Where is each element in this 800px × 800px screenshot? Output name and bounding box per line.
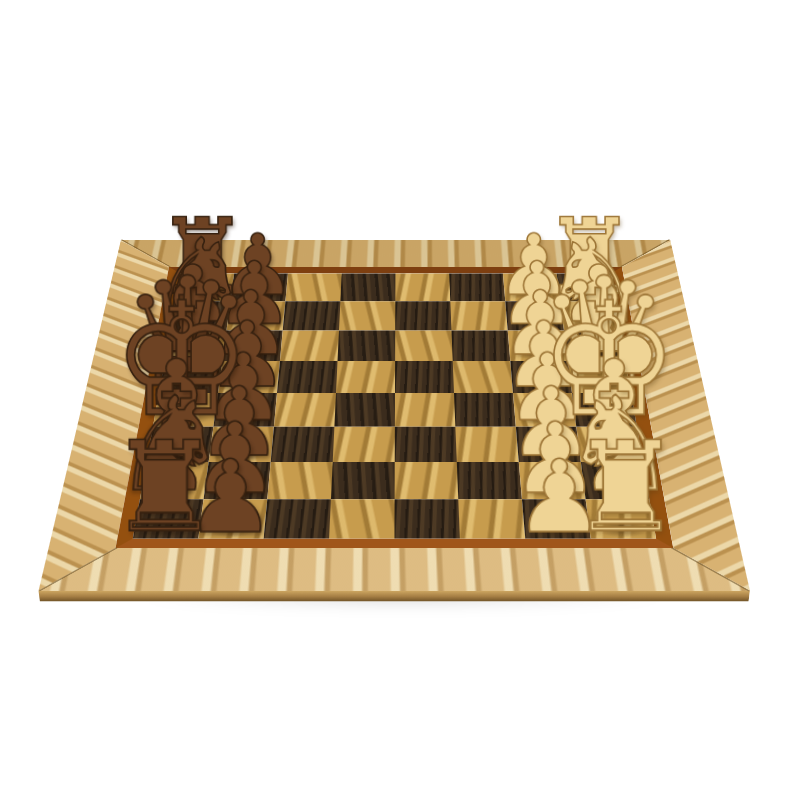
board-square — [395, 427, 457, 462]
board-square — [394, 499, 459, 538]
board-square — [333, 427, 395, 462]
board-square — [331, 462, 395, 499]
board-square — [339, 301, 395, 330]
board-grid: ♜♟♟♜♞♟♟♞♝♟♟♝♛♟♟♛♚♟♟♚♝♟♟♝♞♟♟♞♜♟♟♜ — [133, 273, 656, 538]
board-square — [395, 330, 453, 361]
board-square — [336, 361, 395, 393]
chess-set-photo: ♜♟♟♜♞♟♟♞♝♟♟♝♛♟♟♛♚♟♟♚♝♟♟♝♞♟♟♞♜♟♟♜ — [0, 0, 800, 800]
chess-board: ♜♟♟♜♞♟♟♞♝♟♟♝♛♟♟♛♚♟♟♚♝♟♟♝♞♟♟♞♜♟♟♜ — [39, 240, 750, 591]
board-square — [395, 361, 454, 393]
dark-rook: ♜ — [108, 424, 220, 549]
board-frame-bottom — [39, 548, 750, 591]
board-square — [340, 273, 395, 301]
chess-scene: ♜♟♟♜♞♟♟♞♝♟♟♝♛♟♟♛♚♟♟♚♝♟♟♝♞♟♟♞♜♟♟♜ — [0, 0, 800, 800]
board-square — [395, 273, 450, 301]
board-square: ♜ — [133, 499, 204, 538]
board-square: ♜ — [586, 499, 656, 538]
board-square — [395, 462, 459, 499]
board-square — [395, 393, 455, 427]
board-square — [395, 301, 451, 330]
board-square — [329, 499, 395, 538]
board-square — [338, 330, 396, 361]
light-rook: ♜ — [569, 424, 681, 549]
board-edge — [39, 591, 750, 602]
board-square — [334, 393, 395, 427]
